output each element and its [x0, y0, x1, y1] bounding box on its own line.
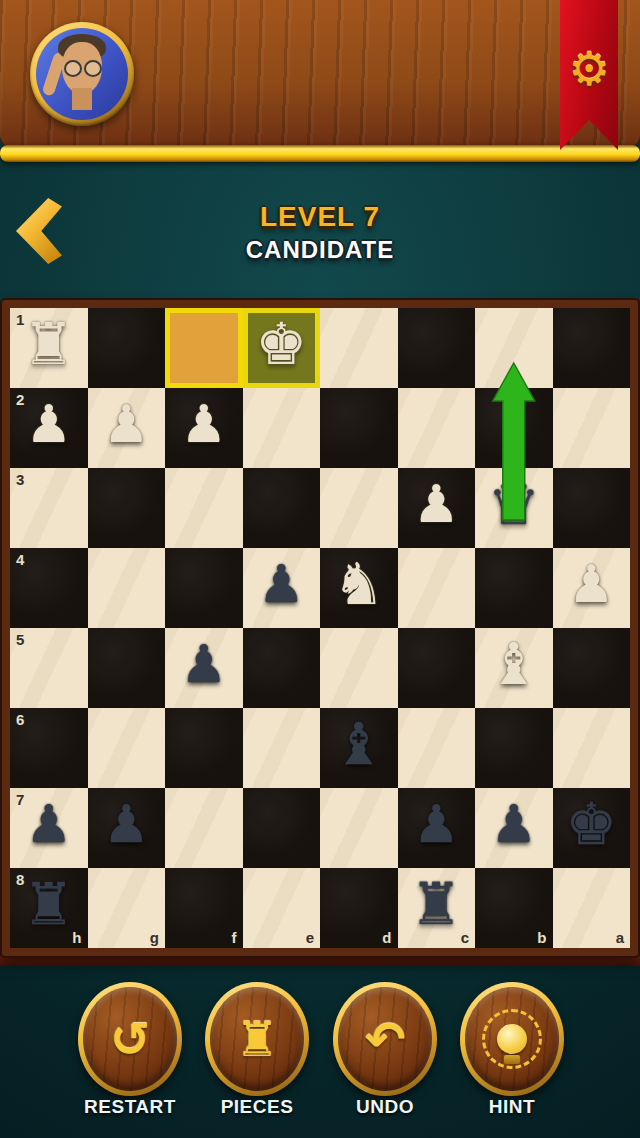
file-label-b: b: [537, 930, 546, 945]
square-c2[interactable]: [398, 388, 476, 468]
square-b2[interactable]: [475, 388, 553, 468]
square-b1[interactable]: [475, 308, 553, 388]
square-h7[interactable]: 7♟: [10, 788, 88, 868]
gold-divider: [0, 145, 640, 162]
settings-ribbon[interactable]: ⚙: [560, 0, 618, 150]
square-f5[interactable]: ♟: [165, 628, 243, 708]
square-e6[interactable]: [243, 708, 321, 788]
square-a8[interactable]: a: [553, 868, 631, 948]
white-pawn-c3[interactable]: ♟: [398, 464, 476, 544]
chess-board: 1♜♚2♟♟♟3♟♛4♟♞♟5♟♝6♝7♟♟♟♟♚8h♜gfedc♜ba: [2, 300, 638, 956]
square-e3[interactable]: [243, 468, 321, 548]
square-e4[interactable]: ♟: [243, 548, 321, 628]
square-c3[interactable]: ♟: [398, 468, 476, 548]
square-e8[interactable]: e: [243, 868, 321, 948]
square-c8[interactable]: c♜: [398, 868, 476, 948]
square-d5[interactable]: [320, 628, 398, 708]
square-e7[interactable]: [243, 788, 321, 868]
square-g2[interactable]: ♟: [88, 388, 166, 468]
square-d2[interactable]: [320, 388, 398, 468]
restart-label: RESTART: [60, 1096, 200, 1118]
black-pawn-f5[interactable]: ♟: [165, 624, 243, 704]
square-a1[interactable]: [553, 308, 631, 388]
avatar-button[interactable]: [30, 22, 134, 126]
square-d4[interactable]: ♞: [320, 548, 398, 628]
white-knight-d4[interactable]: ♞: [320, 544, 398, 624]
square-d7[interactable]: [320, 788, 398, 868]
square-a6[interactable]: [553, 708, 631, 788]
back-chevron-icon: [16, 198, 62, 264]
rook-piece-icon: ♜: [235, 1015, 278, 1063]
white-pawn-a4[interactable]: ♟: [553, 544, 631, 624]
square-f2[interactable]: ♟: [165, 388, 243, 468]
rank-label-6: 6: [16, 712, 24, 727]
square-e5[interactable]: [243, 628, 321, 708]
square-c5[interactable]: [398, 628, 476, 708]
rank-label-2: 2: [16, 392, 24, 407]
square-e1-move-to[interactable]: ♚: [243, 308, 321, 388]
square-f8[interactable]: f: [165, 868, 243, 948]
square-g5[interactable]: [88, 628, 166, 708]
board-bottom-trim: [0, 956, 640, 966]
square-g6[interactable]: [88, 708, 166, 788]
square-g1[interactable]: [88, 308, 166, 388]
square-a4[interactable]: ♟: [553, 548, 631, 628]
level-title: LEVEL 7: [0, 201, 640, 233]
square-h6[interactable]: 6: [10, 708, 88, 788]
square-b8[interactable]: b: [475, 868, 553, 948]
square-g8[interactable]: g: [88, 868, 166, 948]
rank-label-7: 7: [16, 792, 24, 807]
hint-label: HINT: [442, 1096, 582, 1118]
black-queen-b3[interactable]: ♛: [475, 464, 553, 544]
restart-icon: ↺: [110, 1015, 150, 1063]
black-pawn-e4[interactable]: ♟: [243, 544, 321, 624]
square-c6[interactable]: [398, 708, 476, 788]
gear-icon: ⚙: [560, 46, 618, 92]
square-c7[interactable]: ♟: [398, 788, 476, 868]
undo-label: UNDO: [315, 1096, 455, 1118]
restart-button[interactable]: ↺: [78, 982, 182, 1096]
square-d3[interactable]: [320, 468, 398, 548]
lightbulb-icon: [481, 1008, 543, 1070]
pieces-button[interactable]: ♜: [205, 982, 309, 1096]
square-f4[interactable]: [165, 548, 243, 628]
back-button[interactable]: [16, 198, 66, 268]
square-a7[interactable]: ♚: [553, 788, 631, 868]
square-b6[interactable]: [475, 708, 553, 788]
white-bishop-b5[interactable]: ♝: [475, 624, 553, 704]
square-e2[interactable]: [243, 388, 321, 468]
file-label-a: a: [616, 930, 624, 945]
rank-label-4: 4: [16, 552, 24, 567]
square-b5[interactable]: ♝: [475, 628, 553, 708]
file-label-e: e: [306, 930, 314, 945]
square-b3[interactable]: ♛: [475, 468, 553, 548]
square-g4[interactable]: [88, 548, 166, 628]
square-f3[interactable]: [165, 468, 243, 548]
square-a5[interactable]: [553, 628, 631, 708]
pieces-label: PIECES: [187, 1096, 327, 1118]
black-king-a7[interactable]: ♚: [553, 784, 631, 864]
square-h2[interactable]: 2♟: [10, 388, 88, 468]
black-pawn-g7[interactable]: ♟: [88, 784, 166, 864]
square-h1[interactable]: 1♜: [10, 308, 88, 388]
file-label-h: h: [72, 930, 81, 945]
rank-label-3: 3: [16, 472, 24, 487]
square-h4[interactable]: 4: [10, 548, 88, 628]
square-a3[interactable]: [553, 468, 631, 548]
rank-label-8: 8: [16, 872, 24, 887]
avatar: [36, 28, 128, 120]
black-pawn-b7[interactable]: ♟: [475, 784, 553, 864]
square-f1-move-from[interactable]: [165, 308, 243, 388]
square-b7[interactable]: ♟: [475, 788, 553, 868]
file-label-d: d: [382, 930, 391, 945]
square-d8[interactable]: d: [320, 868, 398, 948]
level-subtitle: CANDIDATE: [0, 236, 640, 264]
square-c4[interactable]: [398, 548, 476, 628]
white-king-e1[interactable]: ♚: [243, 304, 321, 384]
black-pawn-c7[interactable]: ♟: [398, 784, 476, 864]
file-label-g: g: [150, 930, 159, 945]
black-bishop-d6[interactable]: ♝: [320, 704, 398, 784]
white-pawn-f2[interactable]: ♟: [165, 384, 243, 464]
undo-button[interactable]: ↶: [333, 982, 437, 1096]
white-pawn-g2[interactable]: ♟: [88, 384, 166, 464]
square-c1[interactable]: [398, 308, 476, 388]
top-bar: ⚙: [0, 0, 640, 148]
rank-label-1: 1: [16, 312, 24, 327]
app-screen: ⚙ LEVEL 7 CANDIDATE 1♜♚2♟♟♟3♟♛4♟♞♟5♟♝6♝7…: [0, 0, 640, 1138]
rank-label-5: 5: [16, 632, 24, 647]
square-g7[interactable]: ♟: [88, 788, 166, 868]
square-g3[interactable]: [88, 468, 166, 548]
square-b4[interactable]: [475, 548, 553, 628]
undo-arrow-icon: ↶: [365, 1015, 405, 1063]
square-h8[interactable]: 8h♜: [10, 868, 88, 948]
square-d6[interactable]: ♝: [320, 708, 398, 788]
square-h5[interactable]: 5: [10, 628, 88, 708]
hint-button[interactable]: [460, 982, 564, 1096]
square-f6[interactable]: [165, 708, 243, 788]
file-label-c: c: [461, 930, 469, 945]
square-a2[interactable]: [553, 388, 631, 468]
board-grid: 1♜♚2♟♟♟3♟♛4♟♞♟5♟♝6♝7♟♟♟♟♚8h♜gfedc♜ba: [10, 308, 630, 948]
square-f7[interactable]: [165, 788, 243, 868]
file-label-f: f: [232, 930, 237, 945]
square-h3[interactable]: 3: [10, 468, 88, 548]
square-d1[interactable]: [320, 308, 398, 388]
